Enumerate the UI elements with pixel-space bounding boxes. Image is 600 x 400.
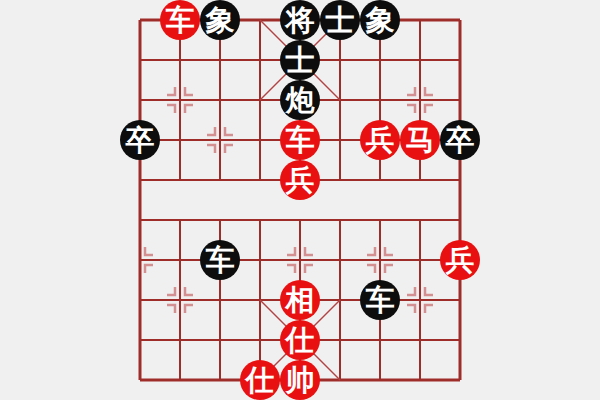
piece-black-soldier[interactable]: 卒 xyxy=(120,120,160,160)
piece-red-general[interactable]: 帅 xyxy=(280,360,320,400)
piece-red-advisor[interactable]: 仕 xyxy=(280,320,320,360)
piece-red-soldier[interactable]: 兵 xyxy=(440,240,480,280)
piece-black-soldier[interactable]: 卒 xyxy=(440,120,480,160)
piece-black-advisor[interactable]: 士 xyxy=(320,0,360,40)
piece-black-elephant[interactable]: 象 xyxy=(200,0,240,40)
piece-black-advisor[interactable]: 士 xyxy=(280,40,320,80)
xiangqi-board: 车象将士象士炮卒车兵马卒兵车兵相车仕仕帅 xyxy=(0,0,600,400)
piece-red-soldier[interactable]: 兵 xyxy=(280,160,320,200)
piece-red-chariot[interactable]: 车 xyxy=(160,0,200,40)
piece-red-advisor[interactable]: 仕 xyxy=(240,360,280,400)
piece-black-cannon[interactable]: 炮 xyxy=(280,80,320,120)
piece-red-horse[interactable]: 马 xyxy=(400,120,440,160)
piece-red-chariot[interactable]: 车 xyxy=(280,120,320,160)
board-grid[interactable]: 车象将士象士炮卒车兵马卒兵车兵相车仕仕帅 xyxy=(120,0,480,400)
piece-black-elephant[interactable]: 象 xyxy=(360,0,400,40)
piece-red-soldier[interactable]: 兵 xyxy=(360,120,400,160)
piece-black-chariot[interactable]: 车 xyxy=(200,240,240,280)
piece-black-chariot[interactable]: 车 xyxy=(360,280,400,320)
piece-red-elephant[interactable]: 相 xyxy=(280,280,320,320)
piece-black-general[interactable]: 将 xyxy=(280,0,320,40)
